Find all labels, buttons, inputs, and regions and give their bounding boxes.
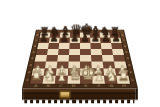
box-lid-seam <box>23 93 135 94</box>
square-c3 <box>57 62 69 69</box>
square-e1: ♚ <box>80 76 93 84</box>
file-label: H <box>120 85 128 88</box>
black-knight: ♞ <box>50 26 60 37</box>
square-f1: ♝ <box>92 76 105 84</box>
black-knight: ♞ <box>100 26 110 37</box>
folding-chess-set: ♜♞♝♛♚♝♞♜♟♟♟♟♟♟♟♟♟♟♟♟♟♟♟♟♜♞♝♛♚♝♞♜ ABCDEFG… <box>22 30 138 88</box>
square-c2: ♟ <box>56 68 68 75</box>
square-g2: ♟ <box>103 68 116 75</box>
square-d2: ♟ <box>68 68 80 75</box>
black-rook: ♜ <box>40 26 50 37</box>
square-f2: ♟ <box>92 68 104 75</box>
rank-label: 7 <box>122 39 126 42</box>
square-b1: ♞ <box>42 76 55 84</box>
square-e2: ♟ <box>80 68 92 75</box>
file-label: A <box>32 85 40 88</box>
black-queen: ♛ <box>70 23 80 37</box>
rank-label: 4 <box>125 56 130 60</box>
board-frame: ♜♞♝♛♚♝♞♜♟♟♟♟♟♟♟♟♟♟♟♟♟♟♟♟♜♞♝♛♚♝♞♜ ABCDEFG… <box>22 30 138 88</box>
rank-label: 7 <box>34 39 38 42</box>
chess-board: ♜♞♝♛♚♝♞♜♟♟♟♟♟♟♟♟♟♟♟♟♟♟♟♟♜♞♝♛♚♝♞♜ <box>30 32 130 83</box>
square-b3 <box>45 62 57 69</box>
file-label: D <box>70 85 78 88</box>
file-label: C <box>57 85 65 88</box>
box-front-panel <box>22 88 138 100</box>
black-bishop: ♝ <box>90 25 100 37</box>
rank-label: 8 <box>121 33 125 36</box>
rank-label: 1 <box>130 77 135 82</box>
rank-label: 5 <box>124 50 129 54</box>
rank-label: 8 <box>35 33 39 36</box>
file-label: F <box>95 85 103 88</box>
file-label: E <box>82 85 90 88</box>
black-bishop: ♝ <box>60 25 70 37</box>
file-label: G <box>107 85 115 88</box>
square-c1: ♝ <box>55 76 68 84</box>
rank-label: 5 <box>31 50 36 54</box>
rank-label: 2 <box>128 70 133 75</box>
square-d3 <box>68 62 80 69</box>
square-b2: ♟ <box>44 68 57 75</box>
rank-label: 6 <box>123 44 127 48</box>
square-f3 <box>91 62 103 69</box>
rank-label: 4 <box>30 56 35 60</box>
carved-edge-notches <box>24 100 134 103</box>
black-king: ♚ <box>80 23 90 38</box>
square-d1: ♛ <box>67 76 80 84</box>
rank-label: 6 <box>33 44 37 48</box>
rank-label: 3 <box>28 63 33 67</box>
rank-label: 1 <box>25 77 30 82</box>
product-photo-scene: ♜♞♝♛♚♝♞♜♟♟♟♟♟♟♟♟♟♟♟♟♟♟♟♟♜♞♝♛♚♝♞♜ ABCDEFG… <box>0 0 160 107</box>
file-label: B <box>44 85 52 88</box>
brass-clasp-icon <box>59 90 71 99</box>
rank-label: 3 <box>127 63 132 67</box>
square-e3 <box>80 62 92 69</box>
